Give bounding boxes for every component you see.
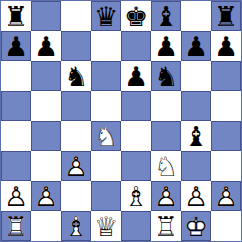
square-g8[interactable] <box>181 1 211 31</box>
square-h5[interactable] <box>211 91 241 121</box>
piece-glyph-layer: ♟ <box>211 31 241 61</box>
piece-white-knight: ♞♘ <box>91 121 121 151</box>
square-f6[interactable]: ♞ <box>151 61 181 91</box>
square-a6[interactable] <box>1 61 31 91</box>
square-c4[interactable] <box>61 121 91 151</box>
piece-black-pawn: ♟ <box>1 31 31 61</box>
piece-glyph-layer: ♜ <box>1 1 31 31</box>
square-b8[interactable] <box>31 1 61 31</box>
piece-glyph-layer: ♟ <box>1 31 31 61</box>
square-h8[interactable]: ♜ <box>211 1 241 31</box>
piece-glyph-layer: ♟ <box>181 31 211 61</box>
square-f5[interactable] <box>151 91 181 121</box>
piece-black-rook: ♜ <box>211 1 241 31</box>
piece-white-bishop: ♝♗ <box>121 181 151 211</box>
square-h4[interactable] <box>211 121 241 151</box>
square-h3[interactable] <box>211 151 241 181</box>
piece-outline-layer: ♖ <box>151 211 181 241</box>
square-d2[interactable] <box>91 181 121 211</box>
square-a1[interactable]: ♜♖ <box>1 211 31 241</box>
piece-outline-layer: ♗ <box>121 181 151 211</box>
square-e4[interactable] <box>121 121 151 151</box>
square-g2[interactable]: ♟♙ <box>181 181 211 211</box>
square-b3[interactable] <box>31 151 61 181</box>
square-a2[interactable]: ♟♙ <box>1 181 31 211</box>
square-f7[interactable]: ♟ <box>151 31 181 61</box>
square-a8[interactable]: ♜ <box>1 1 31 31</box>
piece-black-king: ♚ <box>121 1 151 31</box>
piece-glyph-layer: ♟ <box>151 31 181 61</box>
square-c3[interactable]: ♟♙ <box>61 151 91 181</box>
square-a7[interactable]: ♟ <box>1 31 31 61</box>
piece-outline-layer: ♖ <box>1 211 31 241</box>
square-f3[interactable]: ♞♘ <box>151 151 181 181</box>
square-e7[interactable] <box>121 31 151 61</box>
square-e5[interactable] <box>121 91 151 121</box>
square-h6[interactable] <box>211 61 241 91</box>
square-f8[interactable]: ♝ <box>151 1 181 31</box>
piece-outline-layer: ♙ <box>181 181 211 211</box>
piece-glyph-layer: ♞ <box>61 61 91 91</box>
square-b2[interactable]: ♟♙ <box>31 181 61 211</box>
square-b5[interactable] <box>31 91 61 121</box>
square-g6[interactable] <box>181 61 211 91</box>
square-d8[interactable]: ♛ <box>91 1 121 31</box>
piece-white-pawn: ♟♙ <box>151 181 181 211</box>
piece-black-pawn: ♟ <box>151 31 181 61</box>
square-e8[interactable]: ♚ <box>121 1 151 31</box>
square-c5[interactable] <box>61 91 91 121</box>
square-b4[interactable] <box>31 121 61 151</box>
piece-glyph-layer: ♛ <box>91 1 121 31</box>
square-a4[interactable] <box>1 121 31 151</box>
piece-outline-layer: ♙ <box>61 151 91 181</box>
square-a5[interactable] <box>1 91 31 121</box>
piece-glyph-layer: ♜ <box>211 1 241 31</box>
square-e3[interactable] <box>121 151 151 181</box>
square-d1[interactable]: ♛♕ <box>91 211 121 241</box>
piece-white-pawn: ♟♙ <box>1 181 31 211</box>
piece-black-bishop: ♝ <box>151 1 181 31</box>
square-c1[interactable]: ♝♗ <box>61 211 91 241</box>
square-b1[interactable] <box>31 211 61 241</box>
chess-board: ♜♛♚♝♜♟♟♟♟♟♞♟♞♞♘♝♟♙♞♘♟♙♟♙♝♗♟♙♟♙♟♙♜♖♝♗♛♕♜♖… <box>0 0 242 242</box>
piece-black-bishop: ♝ <box>181 121 211 151</box>
piece-outline-layer: ♙ <box>151 181 181 211</box>
square-e6[interactable]: ♟ <box>121 61 151 91</box>
square-e2[interactable]: ♝♗ <box>121 181 151 211</box>
square-d6[interactable] <box>91 61 121 91</box>
piece-glyph-layer: ♟ <box>121 61 151 91</box>
piece-glyph-layer: ♝ <box>151 1 181 31</box>
piece-outline-layer: ♗ <box>61 211 91 241</box>
piece-black-knight: ♞ <box>61 61 91 91</box>
piece-black-pawn: ♟ <box>31 31 61 61</box>
piece-black-knight: ♞ <box>151 61 181 91</box>
piece-outline-layer: ♘ <box>91 121 121 151</box>
piece-glyph-layer: ♟ <box>31 31 61 61</box>
square-e1[interactable] <box>121 211 151 241</box>
piece-outline-layer: ♙ <box>1 181 31 211</box>
piece-outline-layer: ♘ <box>151 151 181 181</box>
square-c2[interactable] <box>61 181 91 211</box>
piece-glyph-layer: ♞ <box>151 61 181 91</box>
square-f4[interactable] <box>151 121 181 151</box>
square-b7[interactable]: ♟ <box>31 31 61 61</box>
piece-white-queen: ♛♕ <box>91 211 121 241</box>
piece-white-rook: ♜♖ <box>1 211 31 241</box>
piece-white-pawn: ♟♙ <box>31 181 61 211</box>
square-d3[interactable] <box>91 151 121 181</box>
piece-white-pawn: ♟♙ <box>61 151 91 181</box>
piece-outline-layer: ♙ <box>211 181 241 211</box>
piece-black-pawn: ♟ <box>181 31 211 61</box>
square-g1[interactable]: ♚♔ <box>181 211 211 241</box>
square-a3[interactable] <box>1 151 31 181</box>
square-h2[interactable]: ♟♙ <box>211 181 241 211</box>
square-c7[interactable] <box>61 31 91 61</box>
piece-outline-layer: ♕ <box>91 211 121 241</box>
square-g5[interactable] <box>181 91 211 121</box>
square-c6[interactable]: ♞ <box>61 61 91 91</box>
piece-white-pawn: ♟♙ <box>211 181 241 211</box>
piece-outline-layer: ♙ <box>31 181 61 211</box>
piece-glyph-layer: ♚ <box>121 1 151 31</box>
square-d4[interactable]: ♞♘ <box>91 121 121 151</box>
square-b6[interactable] <box>31 61 61 91</box>
square-c8[interactable] <box>61 1 91 31</box>
piece-white-rook: ♜♖ <box>151 211 181 241</box>
piece-black-pawn: ♟ <box>211 31 241 61</box>
piece-black-queen: ♛ <box>91 1 121 31</box>
square-g3[interactable] <box>181 151 211 181</box>
piece-white-pawn: ♟♙ <box>181 181 211 211</box>
square-f1[interactable]: ♜♖ <box>151 211 181 241</box>
square-d5[interactable] <box>91 91 121 121</box>
square-g7[interactable]: ♟ <box>181 31 211 61</box>
piece-black-pawn: ♟ <box>121 61 151 91</box>
square-h1[interactable] <box>211 211 241 241</box>
piece-white-king: ♚♔ <box>181 211 211 241</box>
piece-white-knight: ♞♘ <box>151 151 181 181</box>
piece-glyph-layer: ♝ <box>181 121 211 151</box>
piece-outline-layer: ♔ <box>181 211 211 241</box>
square-g4[interactable]: ♝ <box>181 121 211 151</box>
piece-white-bishop: ♝♗ <box>61 211 91 241</box>
square-d7[interactable] <box>91 31 121 61</box>
piece-black-rook: ♜ <box>1 1 31 31</box>
square-f2[interactable]: ♟♙ <box>151 181 181 211</box>
square-h7[interactable]: ♟ <box>211 31 241 61</box>
